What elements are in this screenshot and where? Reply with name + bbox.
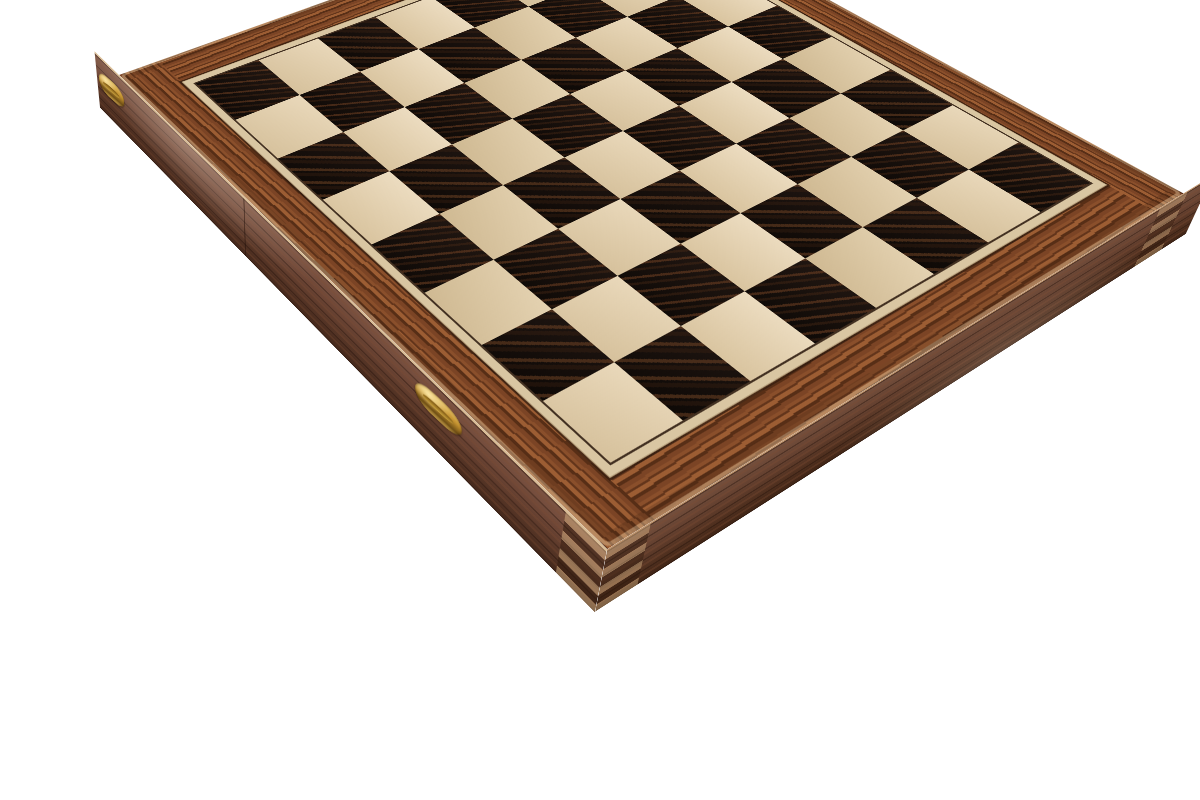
- square[interactable]: [389, 144, 503, 213]
- square[interactable]: [551, 275, 681, 362]
- square[interactable]: [851, 130, 969, 198]
- photo-background: [0, 0, 1200, 800]
- chess-board-box: [119, 0, 1184, 549]
- square[interactable]: [618, 243, 746, 326]
- square[interactable]: [493, 228, 617, 309]
- square[interactable]: [558, 199, 680, 276]
- square[interactable]: [805, 227, 933, 307]
- square[interactable]: [620, 170, 740, 243]
- square[interactable]: [565, 131, 680, 199]
- square[interactable]: [797, 156, 917, 227]
- square[interactable]: [424, 260, 551, 345]
- square[interactable]: [745, 259, 876, 344]
- square[interactable]: [278, 132, 390, 200]
- square[interactable]: [372, 214, 493, 293]
- square[interactable]: [543, 363, 682, 463]
- frame-southwest: [119, 61, 655, 550]
- fold-seam: [243, 198, 246, 257]
- square[interactable]: [614, 326, 751, 421]
- square[interactable]: [681, 291, 815, 381]
- scene: [0, 0, 1200, 800]
- square[interactable]: [917, 170, 1040, 243]
- square[interactable]: [323, 171, 439, 244]
- square[interactable]: [481, 309, 614, 401]
- frame-southeast: [563, 168, 1184, 550]
- square[interactable]: [863, 198, 989, 274]
- square[interactable]: [680, 213, 805, 291]
- square[interactable]: [504, 157, 621, 228]
- maple-inlay-border: [181, 0, 1107, 478]
- square[interactable]: [439, 185, 558, 260]
- square[interactable]: [740, 184, 863, 259]
- square[interactable]: [969, 143, 1090, 212]
- square[interactable]: [680, 144, 798, 213]
